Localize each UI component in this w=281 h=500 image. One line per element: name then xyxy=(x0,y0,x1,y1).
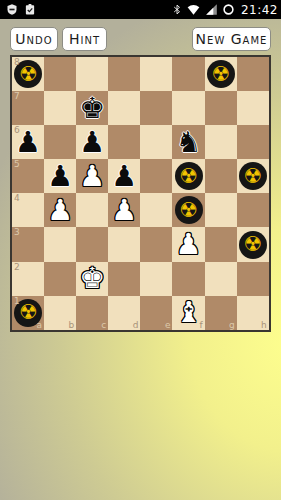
white-bishop: ♝ xyxy=(176,298,202,327)
undo-button[interactable]: Undo xyxy=(10,27,58,51)
radiation-icon: ☢ xyxy=(175,196,203,224)
rank-label-1: 1 xyxy=(14,296,20,306)
radiation-icon: ☢ xyxy=(239,231,267,259)
chess-board: 8☢☢7♚6♟♟♞5♟♟♟☢☢4♟♟☢3♟☢2♚1a☢bcdef♝gh xyxy=(12,57,269,330)
square-c2[interactable]: ♚ xyxy=(76,262,108,296)
square-c7[interactable]: ♚ xyxy=(76,91,108,125)
radiation-icon: ☢ xyxy=(175,162,203,190)
white-pawn: ♟ xyxy=(176,230,202,259)
square-e3[interactable] xyxy=(140,227,172,261)
square-h4[interactable] xyxy=(237,193,269,227)
square-a3[interactable]: 3 xyxy=(12,227,44,261)
square-b7[interactable] xyxy=(44,91,76,125)
square-a8[interactable]: 8☢ xyxy=(12,57,44,91)
square-f8[interactable] xyxy=(172,57,204,91)
file-label-b: b xyxy=(68,320,74,330)
status-bar-system-icons: 21:42 xyxy=(172,3,281,17)
hint-button[interactable]: Hint xyxy=(62,27,107,51)
square-h2[interactable] xyxy=(237,262,269,296)
square-g6[interactable] xyxy=(205,125,237,159)
rank-label-8: 8 xyxy=(14,57,20,67)
bluetooth-icon xyxy=(172,3,182,16)
rank-label-2: 2 xyxy=(14,262,20,272)
square-a1[interactable]: 1a☢ xyxy=(12,296,44,330)
new-game-button[interactable]: New Game xyxy=(192,27,271,51)
square-g7[interactable] xyxy=(205,91,237,125)
square-d4[interactable]: ♟ xyxy=(108,193,140,227)
clock-text: 21:42 xyxy=(239,3,278,17)
radiation-trefoil: ☢ xyxy=(179,165,198,186)
square-e1[interactable]: e xyxy=(140,296,172,330)
white-pawn: ♟ xyxy=(47,196,73,225)
radiation-trefoil: ☢ xyxy=(243,165,262,186)
radiation-trefoil: ☢ xyxy=(19,302,38,323)
file-label-e: e xyxy=(165,320,171,330)
black-pawn: ♟ xyxy=(79,128,105,157)
square-f6[interactable]: ♞ xyxy=(172,125,204,159)
file-label-a: a xyxy=(37,320,43,330)
square-c4[interactable] xyxy=(76,193,108,227)
radiation-trefoil: ☢ xyxy=(243,234,262,255)
square-c5[interactable]: ♟ xyxy=(76,159,108,193)
square-h3[interactable]: ☢ xyxy=(237,227,269,261)
square-e5[interactable] xyxy=(140,159,172,193)
rank-label-5: 5 xyxy=(14,159,20,169)
square-d1[interactable]: d xyxy=(108,296,140,330)
square-d2[interactable] xyxy=(108,262,140,296)
rank-label-6: 6 xyxy=(14,125,20,135)
square-f7[interactable] xyxy=(172,91,204,125)
radiation-icon: ☢ xyxy=(207,60,235,88)
clipboard-check-icon xyxy=(24,3,36,16)
square-d7[interactable] xyxy=(108,91,140,125)
radiation-trefoil: ☢ xyxy=(19,63,38,84)
file-label-f: f xyxy=(199,320,202,330)
square-f1[interactable]: f♝ xyxy=(172,296,204,330)
rank-label-4: 4 xyxy=(14,193,20,203)
white-pawn: ♟ xyxy=(79,162,105,191)
square-b4[interactable]: ♟ xyxy=(44,193,76,227)
square-g5[interactable] xyxy=(205,159,237,193)
white-pawn: ♟ xyxy=(111,196,137,225)
square-f4[interactable]: ☢ xyxy=(172,193,204,227)
square-f5[interactable]: ☢ xyxy=(172,159,204,193)
radiation-trefoil: ☢ xyxy=(179,199,198,220)
square-h5[interactable]: ☢ xyxy=(237,159,269,193)
square-b5[interactable]: ♟ xyxy=(44,159,76,193)
square-e6[interactable] xyxy=(140,125,172,159)
square-b8[interactable] xyxy=(44,57,76,91)
square-h6[interactable] xyxy=(237,125,269,159)
radiation-icon: ☢ xyxy=(239,162,267,190)
square-g8[interactable]: ☢ xyxy=(205,57,237,91)
square-d6[interactable] xyxy=(108,125,140,159)
signal-icon xyxy=(205,3,218,16)
square-h8[interactable] xyxy=(237,57,269,91)
black-knight: ♞ xyxy=(176,128,202,157)
wifi-icon xyxy=(186,3,201,16)
square-g3[interactable] xyxy=(205,227,237,261)
square-e7[interactable] xyxy=(140,91,172,125)
square-c3[interactable] xyxy=(76,227,108,261)
square-c6[interactable]: ♟ xyxy=(76,125,108,159)
square-a7[interactable]: 7 xyxy=(12,91,44,125)
square-f2[interactable] xyxy=(172,262,204,296)
square-a4[interactable]: 4 xyxy=(12,193,44,227)
radiation-trefoil: ☢ xyxy=(211,63,230,84)
square-a5[interactable]: 5 xyxy=(12,159,44,193)
square-b2[interactable] xyxy=(44,262,76,296)
square-d5[interactable]: ♟ xyxy=(108,159,140,193)
status-bar-notifications xyxy=(0,3,36,16)
white-king: ♚ xyxy=(79,264,105,293)
phone-screen: 21:42 Undo Hint New Game 8☢☢7♚6♟♟♞5♟♟♟☢☢… xyxy=(0,0,281,500)
square-h1[interactable]: h xyxy=(237,296,269,330)
file-label-g: g xyxy=(229,320,235,330)
black-king: ♚ xyxy=(79,94,105,123)
battery-circle-icon xyxy=(222,3,235,16)
square-g4[interactable] xyxy=(205,193,237,227)
chess-board-frame: 8☢☢7♚6♟♟♞5♟♟♟☢☢4♟♟☢3♟☢2♚1a☢bcdef♝gh xyxy=(10,55,271,332)
rank-label-3: 3 xyxy=(14,227,20,237)
square-c1[interactable]: c xyxy=(76,296,108,330)
square-b1[interactable]: b xyxy=(44,296,76,330)
file-label-d: d xyxy=(133,320,139,330)
file-label-c: c xyxy=(101,320,106,330)
square-e8[interactable] xyxy=(140,57,172,91)
square-g2[interactable] xyxy=(205,262,237,296)
square-h7[interactable] xyxy=(237,91,269,125)
status-bar: 21:42 xyxy=(0,0,281,19)
square-g1[interactable]: g xyxy=(205,296,237,330)
square-a6[interactable]: 6♟ xyxy=(12,125,44,159)
square-d8[interactable] xyxy=(108,57,140,91)
square-a2[interactable]: 2 xyxy=(12,262,44,296)
shield-icon xyxy=(6,3,18,16)
black-pawn: ♟ xyxy=(111,162,137,191)
square-b6[interactable] xyxy=(44,125,76,159)
file-label-h: h xyxy=(261,320,267,330)
rank-label-7: 7 xyxy=(14,91,20,101)
square-f3[interactable]: ♟ xyxy=(172,227,204,261)
square-c8[interactable] xyxy=(76,57,108,91)
square-e4[interactable] xyxy=(140,193,172,227)
square-b3[interactable] xyxy=(44,227,76,261)
square-e2[interactable] xyxy=(140,262,172,296)
black-pawn: ♟ xyxy=(47,162,73,191)
square-d3[interactable] xyxy=(108,227,140,261)
